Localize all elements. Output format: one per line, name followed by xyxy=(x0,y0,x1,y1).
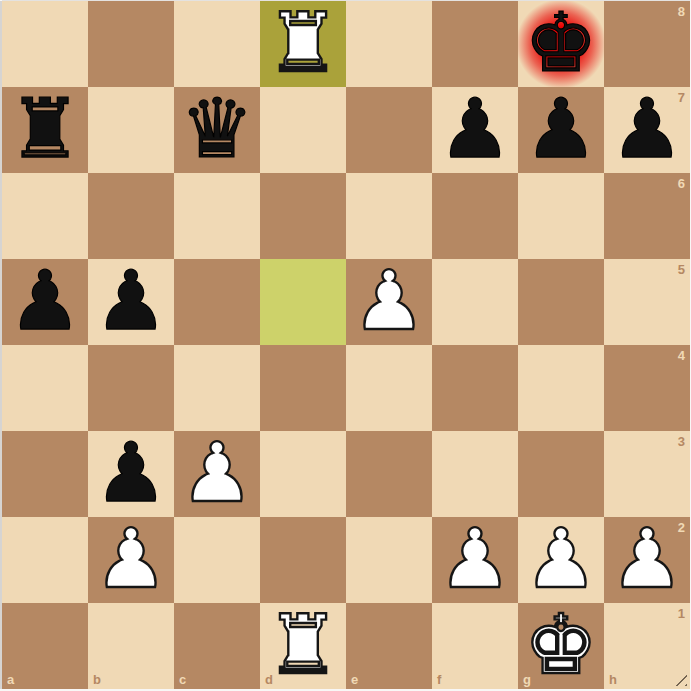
black-queen[interactable]: ♛ xyxy=(174,87,260,173)
square-e6[interactable] xyxy=(346,173,432,259)
square-e2[interactable] xyxy=(346,517,432,603)
square-g1[interactable]: g♚ xyxy=(518,603,604,689)
square-g3[interactable] xyxy=(518,431,604,517)
rank-label-4: 4 xyxy=(678,349,685,362)
square-e7[interactable] xyxy=(346,87,432,173)
square-b3[interactable]: ♟ xyxy=(88,431,174,517)
square-f7[interactable]: ♟ xyxy=(432,87,518,173)
square-f5[interactable] xyxy=(432,259,518,345)
white-pawn[interactable]: ♟ xyxy=(174,431,260,517)
square-b5[interactable]: ♟ xyxy=(88,259,174,345)
file-label-d: d xyxy=(265,673,273,686)
square-c1[interactable]: c xyxy=(174,603,260,689)
square-h7[interactable]: 7♟ xyxy=(604,87,690,173)
square-f6[interactable] xyxy=(432,173,518,259)
square-c4[interactable] xyxy=(174,345,260,431)
chess-board[interactable]: ♜♚8♜♛♟♟7♟6♟♟♟54♟♟3♟♟♟2♟abcd♜efg♚1h xyxy=(2,1,690,689)
rank-label-5: 5 xyxy=(678,263,685,276)
square-c3[interactable]: ♟ xyxy=(174,431,260,517)
square-b4[interactable] xyxy=(88,345,174,431)
square-a5[interactable]: ♟ xyxy=(2,259,88,345)
square-b2[interactable]: ♟ xyxy=(88,517,174,603)
square-f3[interactable] xyxy=(432,431,518,517)
white-pawn[interactable]: ♟ xyxy=(432,517,518,603)
square-c6[interactable] xyxy=(174,173,260,259)
square-c2[interactable] xyxy=(174,517,260,603)
square-d7[interactable] xyxy=(260,87,346,173)
rank-label-1: 1 xyxy=(678,607,685,620)
square-a3[interactable] xyxy=(2,431,88,517)
rank-label-7: 7 xyxy=(678,91,685,104)
file-label-h: h xyxy=(609,673,617,686)
square-e4[interactable] xyxy=(346,345,432,431)
square-e1[interactable]: e xyxy=(346,603,432,689)
square-h2[interactable]: 2♟ xyxy=(604,517,690,603)
square-a6[interactable] xyxy=(2,173,88,259)
black-pawn[interactable]: ♟ xyxy=(2,259,88,345)
square-f8[interactable] xyxy=(432,1,518,87)
square-b6[interactable] xyxy=(88,173,174,259)
square-h1[interactable]: 1h xyxy=(604,603,690,689)
square-d4[interactable] xyxy=(260,345,346,431)
white-pawn[interactable]: ♟ xyxy=(88,517,174,603)
square-e8[interactable] xyxy=(346,1,432,87)
square-b7[interactable] xyxy=(88,87,174,173)
black-pawn[interactable]: ♟ xyxy=(88,431,174,517)
square-c8[interactable] xyxy=(174,1,260,87)
square-a7[interactable]: ♜ xyxy=(2,87,88,173)
square-h8[interactable]: 8 xyxy=(604,1,690,87)
square-h4[interactable]: 4 xyxy=(604,345,690,431)
square-b1[interactable]: b xyxy=(88,603,174,689)
file-label-a: a xyxy=(7,673,14,686)
white-rook[interactable]: ♜ xyxy=(260,1,346,87)
square-e5[interactable]: ♟ xyxy=(346,259,432,345)
rank-label-2: 2 xyxy=(678,521,685,534)
file-label-c: c xyxy=(179,673,186,686)
rank-label-3: 3 xyxy=(678,435,685,448)
square-a4[interactable] xyxy=(2,345,88,431)
file-label-e: e xyxy=(351,673,358,686)
square-d8[interactable]: ♜ xyxy=(260,1,346,87)
square-c5[interactable] xyxy=(174,259,260,345)
square-d3[interactable] xyxy=(260,431,346,517)
square-b8[interactable] xyxy=(88,1,174,87)
black-rook[interactable]: ♜ xyxy=(2,87,88,173)
square-f4[interactable] xyxy=(432,345,518,431)
file-label-f: f xyxy=(437,673,441,686)
rank-label-8: 8 xyxy=(678,5,685,18)
white-pawn[interactable]: ♟ xyxy=(346,259,432,345)
white-pawn[interactable]: ♟ xyxy=(518,517,604,603)
square-d6[interactable] xyxy=(260,173,346,259)
square-h3[interactable]: 3 xyxy=(604,431,690,517)
square-g2[interactable]: ♟ xyxy=(518,517,604,603)
square-c7[interactable]: ♛ xyxy=(174,87,260,173)
square-g8[interactable]: ♚ xyxy=(518,1,604,87)
square-h6[interactable]: 6 xyxy=(604,173,690,259)
square-g6[interactable] xyxy=(518,173,604,259)
page: ♜♚8♜♛♟♟7♟6♟♟♟54♟♟3♟♟♟2♟abcd♜efg♚1h xyxy=(0,0,691,691)
square-e3[interactable] xyxy=(346,431,432,517)
square-a2[interactable] xyxy=(2,517,88,603)
square-f2[interactable]: ♟ xyxy=(432,517,518,603)
square-g7[interactable]: ♟ xyxy=(518,87,604,173)
square-g4[interactable] xyxy=(518,345,604,431)
square-f1[interactable]: f xyxy=(432,603,518,689)
file-label-b: b xyxy=(93,673,101,686)
square-a8[interactable] xyxy=(2,1,88,87)
file-label-g: g xyxy=(523,673,531,686)
square-a1[interactable]: a xyxy=(2,603,88,689)
square-d5[interactable] xyxy=(260,259,346,345)
square-d1[interactable]: d♜ xyxy=(260,603,346,689)
square-g5[interactable] xyxy=(518,259,604,345)
black-king[interactable]: ♚ xyxy=(518,1,604,87)
square-d2[interactable] xyxy=(260,517,346,603)
black-pawn[interactable]: ♟ xyxy=(518,87,604,173)
square-h5[interactable]: 5 xyxy=(604,259,690,345)
black-pawn[interactable]: ♟ xyxy=(88,259,174,345)
black-pawn[interactable]: ♟ xyxy=(432,87,518,173)
rank-label-6: 6 xyxy=(678,177,685,190)
